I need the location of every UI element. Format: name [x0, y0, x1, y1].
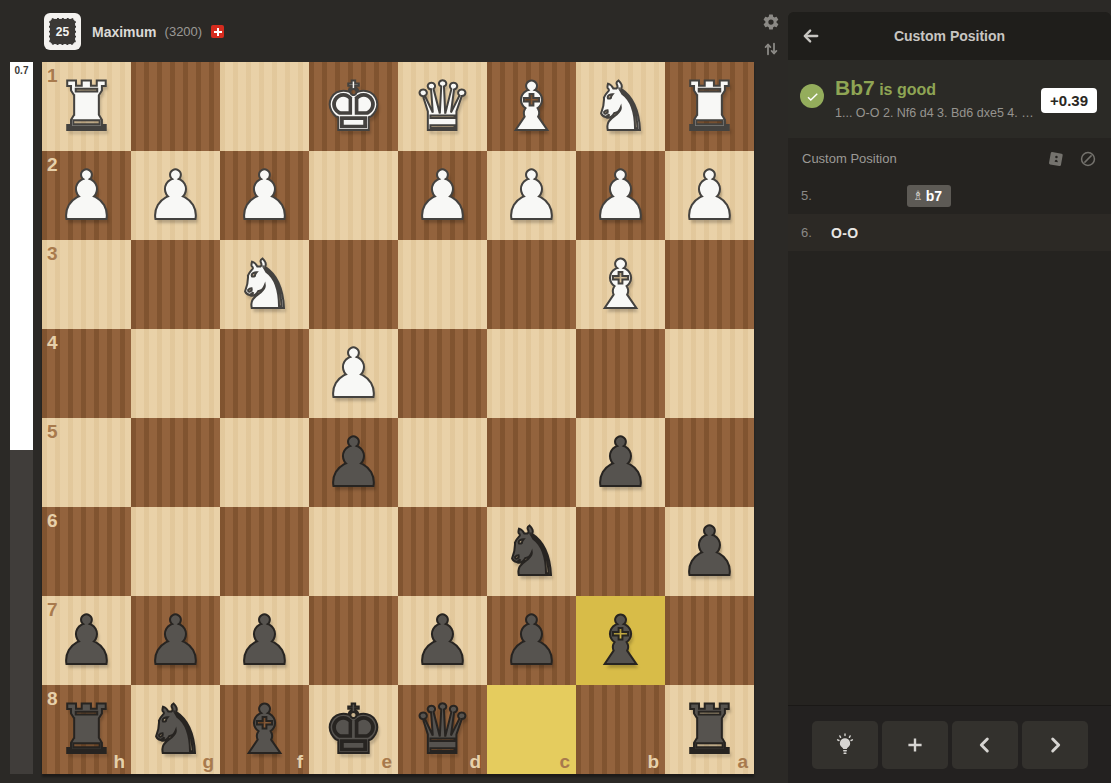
player-rating: (3200): [165, 24, 203, 39]
square-d5[interactable]: [398, 418, 487, 507]
square-g2[interactable]: ♟: [131, 151, 220, 240]
square-e1[interactable]: ♚: [309, 62, 398, 151]
square-c1[interactable]: ♝: [487, 62, 576, 151]
square-e7[interactable]: [309, 596, 398, 685]
square-b4[interactable]: [576, 329, 665, 418]
piece-black-rook[interactable]: ♜: [665, 685, 754, 774]
square-h4[interactable]: 4: [42, 329, 131, 418]
square-g6[interactable]: [131, 507, 220, 596]
piece-black-pawn[interactable]: ♟: [576, 418, 665, 507]
square-b8[interactable]: b: [576, 685, 665, 774]
move-black-text: b7: [926, 188, 942, 204]
square-c8[interactable]: c: [487, 685, 576, 774]
piece-white-king[interactable]: ♚: [309, 62, 398, 151]
piece-white-rook[interactable]: ♜: [665, 62, 754, 151]
piece-black-pawn[interactable]: ♟: [131, 596, 220, 685]
piece-black-pawn[interactable]: ♟: [665, 507, 754, 596]
back-arrow-icon[interactable]: [800, 25, 822, 47]
square-a8[interactable]: a♜: [665, 685, 754, 774]
piece-black-pawn[interactable]: ♟: [398, 596, 487, 685]
square-e6[interactable]: [309, 507, 398, 596]
piece-white-rook[interactable]: ♜: [42, 62, 131, 151]
square-d8[interactable]: d♛: [398, 685, 487, 774]
square-c5[interactable]: [487, 418, 576, 507]
square-g7[interactable]: ♟: [131, 596, 220, 685]
chess-board: 1♜♚♛♝♞♜2♟♟♟♟♟♟♟3♞♝4♟5♟♟6♞♟7♟♟♟♟♟♝8h♜g♞f♝…: [42, 62, 754, 774]
square-d6[interactable]: [398, 507, 487, 596]
square-f3[interactable]: ♞: [220, 240, 309, 329]
piece-white-pawn[interactable]: ♟: [42, 151, 131, 240]
feedback-verdict: is good: [879, 81, 936, 98]
evaluation-value: 0.7: [15, 65, 29, 450]
add-button[interactable]: [882, 721, 948, 769]
square-b6[interactable]: [576, 507, 665, 596]
panel-header: Custom Position: [788, 12, 1111, 60]
piece-white-knight[interactable]: ♞: [576, 62, 665, 151]
square-a7[interactable]: [665, 596, 754, 685]
piece-black-pawn[interactable]: ♟: [487, 596, 576, 685]
analysis-panel: Custom Position Bb7 is good 1... O-O 2. …: [788, 12, 1111, 783]
square-d7[interactable]: ♟: [398, 596, 487, 685]
chess-app: 25 Maximum (3200) 0.7 1♜♚♛♝♞♜2♟♟♟♟♟♟♟3♞♝…: [0, 0, 1111, 783]
previous-move-button[interactable]: [952, 721, 1018, 769]
piece-black-queen[interactable]: ♛: [398, 685, 487, 774]
piece-white-pawn[interactable]: ♟: [309, 329, 398, 418]
gear-icon[interactable]: [761, 12, 781, 32]
chevron-right-icon: [1044, 734, 1066, 756]
move-feedback: Bb7 is good 1... O-O 2. Nf6 d4 3. Bd6 dx…: [788, 60, 1111, 138]
square-f1[interactable]: [220, 62, 309, 151]
hint-button[interactable]: [812, 721, 878, 769]
openings-book-icon[interactable]: [1046, 149, 1065, 168]
square-e8[interactable]: e♚: [309, 685, 398, 774]
piece-black-bishop[interactable]: ♝: [220, 685, 309, 774]
square-d3[interactable]: [398, 240, 487, 329]
feedback-body: Bb7 is good 1... O-O 2. Nf6 d4 3. Bd6 dx…: [835, 76, 1034, 120]
square-f5[interactable]: [220, 418, 309, 507]
square-b1[interactable]: ♞: [576, 62, 665, 151]
piece-black-pawn[interactable]: ♟: [42, 596, 131, 685]
piece-white-bishop[interactable]: ♝: [576, 240, 665, 329]
square-h7[interactable]: 7♟: [42, 596, 131, 685]
move-white-oo[interactable]: O-O: [831, 225, 907, 241]
panel-toolbar: [788, 705, 1111, 783]
square-f4[interactable]: [220, 329, 309, 418]
chevron-left-icon: [974, 734, 996, 756]
section-row: Custom Position: [788, 138, 1111, 177]
player-name: Maximum: [92, 24, 157, 40]
square-f2[interactable]: ♟: [220, 151, 309, 240]
square-h3[interactable]: 3: [42, 240, 131, 329]
square-c6[interactable]: ♞: [487, 507, 576, 596]
evaluation-badge: +0.39: [1041, 88, 1097, 113]
square-c3[interactable]: [487, 240, 576, 329]
plus-icon: [904, 734, 926, 756]
rank-label: 3: [47, 244, 58, 263]
piece-white-knight[interactable]: ♞: [220, 240, 309, 329]
square-b5[interactable]: ♟: [576, 418, 665, 507]
square-e2[interactable]: [309, 151, 398, 240]
bishop-mini-icon: ♗: [912, 188, 924, 203]
square-b3[interactable]: ♝: [576, 240, 665, 329]
panel-spacer: [788, 251, 1111, 705]
square-f7[interactable]: ♟: [220, 596, 309, 685]
square-a6[interactable]: ♟: [665, 507, 754, 596]
square-a4[interactable]: [665, 329, 754, 418]
engine-line: 1... O-O 2. Nf6 d4 3. Bd6 dxe5 4. …: [835, 106, 1034, 120]
square-g1[interactable]: [131, 62, 220, 151]
square-d2[interactable]: ♟: [398, 151, 487, 240]
square-c2[interactable]: ♟: [487, 151, 576, 240]
feedback-move: Bb7: [835, 76, 875, 99]
piece-white-pawn[interactable]: ♟: [665, 151, 754, 240]
lightbulb-icon: [833, 733, 857, 757]
piece-white-queen[interactable]: ♛: [398, 62, 487, 151]
square-g4[interactable]: [131, 329, 220, 418]
file-label: c: [559, 752, 570, 771]
square-e4[interactable]: ♟: [309, 329, 398, 418]
square-b7[interactable]: ♝: [576, 596, 665, 685]
square-c7[interactable]: ♟: [487, 596, 576, 685]
piece-white-pawn[interactable]: ♟: [220, 151, 309, 240]
square-b2[interactable]: ♟: [576, 151, 665, 240]
player-header: 25 Maximum (3200): [44, 13, 224, 50]
piece-white-bishop[interactable]: ♝: [487, 62, 576, 151]
flip-board-icon[interactable]: [761, 39, 781, 59]
move-row-6: 6. O-O: [788, 214, 1111, 251]
move-black-bb7[interactable]: ♗ b7: [907, 185, 951, 207]
square-a3[interactable]: [665, 240, 754, 329]
rank-label: 6: [47, 511, 58, 530]
rank-label: 5: [47, 422, 58, 441]
move-number: 6.: [801, 225, 827, 240]
square-g5[interactable]: [131, 418, 220, 507]
engine-avatar: 25: [44, 13, 81, 50]
section-label: Custom Position: [802, 151, 897, 166]
square-f8[interactable]: f♝: [220, 685, 309, 774]
square-h1[interactable]: 1♜: [42, 62, 131, 151]
move-row-5: 5. ♗ b7: [788, 177, 1111, 214]
square-c4[interactable]: [487, 329, 576, 418]
square-d1[interactable]: ♛: [398, 62, 487, 151]
square-g3[interactable]: [131, 240, 220, 329]
square-f6[interactable]: [220, 507, 309, 596]
piece-black-knight[interactable]: ♞: [131, 685, 220, 774]
piece-black-pawn[interactable]: ♟: [220, 596, 309, 685]
board-controls: [761, 12, 781, 59]
piece-black-knight[interactable]: ♞: [487, 507, 576, 596]
explorer-slash-circle-icon[interactable]: [1078, 149, 1097, 168]
next-move-button[interactable]: [1022, 721, 1088, 769]
piece-black-pawn[interactable]: ♟: [309, 418, 398, 507]
square-h8[interactable]: 8h♜: [42, 685, 131, 774]
piece-black-bishop[interactable]: ♝: [576, 596, 665, 685]
piece-white-pawn[interactable]: ♟: [131, 151, 220, 240]
engine-avatar-label: 25: [49, 18, 76, 45]
square-d4[interactable]: [398, 329, 487, 418]
square-h5[interactable]: 5: [42, 418, 131, 507]
piece-black-rook[interactable]: ♜: [42, 685, 131, 774]
checkmark-circle-icon: [800, 84, 824, 108]
move-number: 5.: [801, 188, 827, 203]
panel-title: Custom Position: [788, 28, 1111, 44]
square-a5[interactable]: [665, 418, 754, 507]
piece-white-pawn[interactable]: ♟: [398, 151, 487, 240]
piece-black-king[interactable]: ♚: [309, 685, 398, 774]
section-icons: [1046, 149, 1097, 168]
square-e3[interactable]: [309, 240, 398, 329]
square-h2[interactable]: 2♟: [42, 151, 131, 240]
swiss-flag-icon: [211, 25, 224, 38]
evaluation-bar-white-section: 0.7: [10, 62, 33, 450]
square-h6[interactable]: 6: [42, 507, 131, 596]
square-a1[interactable]: ♜: [665, 62, 754, 151]
piece-white-pawn[interactable]: ♟: [487, 151, 576, 240]
square-e5[interactable]: ♟: [309, 418, 398, 507]
rank-label: 4: [47, 333, 58, 352]
piece-white-pawn[interactable]: ♟: [576, 151, 665, 240]
file-label: b: [647, 752, 659, 771]
evaluation-bar: 0.7: [10, 62, 33, 774]
square-a2[interactable]: ♟: [665, 151, 754, 240]
feedback-title: Bb7 is good: [835, 76, 1034, 99]
square-g8[interactable]: g♞: [131, 685, 220, 774]
